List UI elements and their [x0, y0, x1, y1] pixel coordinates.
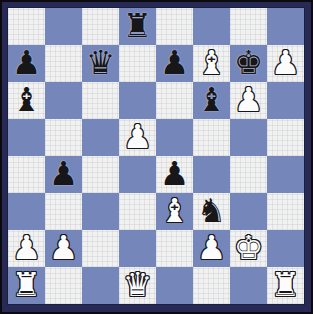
square-h6[interactable]: [267, 82, 304, 119]
piece-white-king: ♚: [234, 229, 264, 266]
square-h1[interactable]: ♜: [267, 267, 304, 304]
piece-white-pawn: ♟: [197, 229, 227, 266]
square-f1[interactable]: [193, 267, 230, 304]
square-c1[interactable]: [82, 267, 119, 304]
square-c2[interactable]: [82, 230, 119, 267]
square-c8[interactable]: [82, 8, 119, 45]
square-d8[interactable]: ♜: [119, 8, 156, 45]
square-e4[interactable]: ♟: [156, 156, 193, 193]
square-g3[interactable]: [230, 193, 267, 230]
square-a1[interactable]: ♜: [8, 267, 45, 304]
piece-white-pawn: ♟: [271, 44, 301, 81]
square-g6[interactable]: ♟: [230, 82, 267, 119]
square-d5[interactable]: ♟: [119, 119, 156, 156]
piece-white-rook: ♜: [12, 266, 42, 303]
square-b8[interactable]: [45, 8, 82, 45]
square-c7[interactable]: ♛: [82, 45, 119, 82]
square-a8[interactable]: [8, 8, 45, 45]
piece-white-bishop: ♝: [160, 192, 190, 229]
square-b7[interactable]: [45, 45, 82, 82]
square-a5[interactable]: [8, 119, 45, 156]
square-a3[interactable]: [8, 193, 45, 230]
square-e3[interactable]: ♝: [156, 193, 193, 230]
square-d1[interactable]: ♛: [119, 267, 156, 304]
square-g8[interactable]: [230, 8, 267, 45]
square-b3[interactable]: [45, 193, 82, 230]
square-b6[interactable]: [45, 82, 82, 119]
square-g5[interactable]: [230, 119, 267, 156]
piece-black-bishop: ♝: [197, 81, 227, 118]
chess-app-window: ♜♟♛♟♝♚♟♝♝♟♟♟♟♝♞♟♟♟♚♜♛♜: [0, 0, 313, 314]
square-c5[interactable]: [82, 119, 119, 156]
square-e2[interactable]: [156, 230, 193, 267]
piece-black-pawn: ♟: [12, 44, 42, 81]
piece-white-pawn: ♟: [123, 118, 153, 155]
piece-white-pawn: ♟: [234, 81, 264, 118]
piece-white-queen: ♛: [123, 266, 153, 303]
square-a2[interactable]: ♟: [8, 230, 45, 267]
piece-white-pawn: ♟: [49, 229, 79, 266]
piece-black-queen: ♛: [86, 44, 116, 81]
square-h7[interactable]: ♟: [267, 45, 304, 82]
square-c6[interactable]: [82, 82, 119, 119]
square-f3[interactable]: ♞: [193, 193, 230, 230]
square-b2[interactable]: ♟: [45, 230, 82, 267]
chess-board: ♜♟♛♟♝♚♟♝♝♟♟♟♟♝♞♟♟♟♚♜♛♜: [8, 8, 304, 304]
piece-black-rook: ♜: [123, 7, 153, 44]
square-a7[interactable]: ♟: [8, 45, 45, 82]
piece-black-pawn: ♟: [49, 155, 79, 192]
square-e8[interactable]: [156, 8, 193, 45]
square-h2[interactable]: [267, 230, 304, 267]
square-d2[interactable]: [119, 230, 156, 267]
piece-black-pawn: ♟: [160, 44, 190, 81]
square-b1[interactable]: [45, 267, 82, 304]
square-e1[interactable]: [156, 267, 193, 304]
square-h8[interactable]: [267, 8, 304, 45]
square-g1[interactable]: [230, 267, 267, 304]
square-f6[interactable]: ♝: [193, 82, 230, 119]
piece-black-pawn: ♟: [160, 155, 190, 192]
square-f4[interactable]: [193, 156, 230, 193]
square-g7[interactable]: ♚: [230, 45, 267, 82]
board-frame: ♜♟♛♟♝♚♟♝♝♟♟♟♟♝♞♟♟♟♚♜♛♜: [0, 0, 313, 314]
piece-black-bishop: ♝: [12, 81, 42, 118]
square-e7[interactable]: ♟: [156, 45, 193, 82]
piece-white-pawn: ♟: [12, 229, 42, 266]
piece-white-bishop: ♝: [197, 44, 227, 81]
square-e6[interactable]: [156, 82, 193, 119]
piece-black-knight: ♞: [197, 192, 227, 229]
square-b5[interactable]: [45, 119, 82, 156]
square-g2[interactable]: ♚: [230, 230, 267, 267]
square-g4[interactable]: [230, 156, 267, 193]
square-f2[interactable]: ♟: [193, 230, 230, 267]
square-f5[interactable]: [193, 119, 230, 156]
square-d3[interactable]: [119, 193, 156, 230]
square-d6[interactable]: [119, 82, 156, 119]
square-b4[interactable]: ♟: [45, 156, 82, 193]
square-c3[interactable]: [82, 193, 119, 230]
square-d4[interactable]: [119, 156, 156, 193]
piece-white-rook: ♜: [271, 266, 301, 303]
square-a6[interactable]: ♝: [8, 82, 45, 119]
square-d7[interactable]: [119, 45, 156, 82]
square-h5[interactable]: [267, 119, 304, 156]
square-h4[interactable]: [267, 156, 304, 193]
square-e5[interactable]: [156, 119, 193, 156]
piece-black-king: ♚: [234, 44, 264, 81]
square-f8[interactable]: [193, 8, 230, 45]
square-a4[interactable]: [8, 156, 45, 193]
square-c4[interactable]: [82, 156, 119, 193]
square-f7[interactable]: ♝: [193, 45, 230, 82]
square-h3[interactable]: [267, 193, 304, 230]
